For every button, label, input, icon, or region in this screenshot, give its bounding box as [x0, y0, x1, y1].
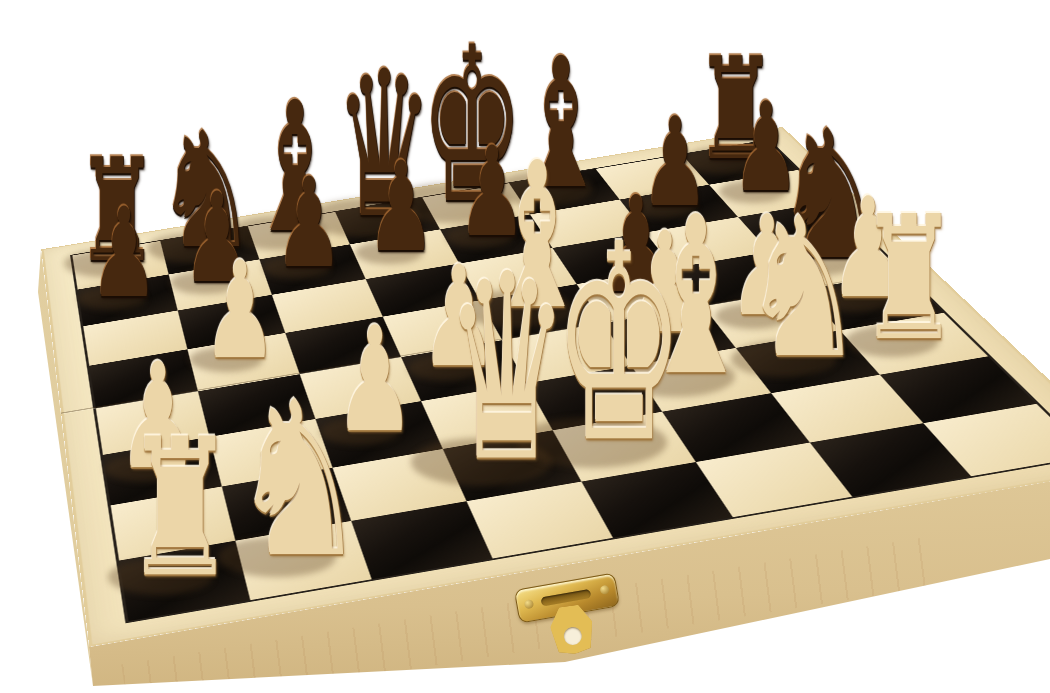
product-photo-scene: ♜♞♝♛♚♝♜♟♟♟♟♟♟♟♟♞♟♝♟♟♟♟♟♟♝♞♜♛♚♜♞	[0, 0, 1050, 693]
piece-white-knight-g3: ♞	[740, 192, 865, 385]
piece-white-king-e2: ♚	[553, 208, 685, 480]
piece-white-queen-d2: ♛	[445, 241, 569, 498]
piece-black-pawn-c7: ♟	[274, 161, 343, 285]
piece-black-pawn-a7: ♟	[90, 191, 159, 315]
piece-white-rook-a1: ♜	[124, 414, 236, 604]
clasp-screw-left	[524, 599, 534, 609]
clasp-screw-right	[599, 585, 609, 595]
piece-white-knight-b1: ♞	[229, 372, 367, 586]
piece-white-rook-h3: ♜	[858, 194, 959, 365]
clasp-slot	[541, 589, 592, 607]
clasp-hole	[563, 626, 583, 646]
